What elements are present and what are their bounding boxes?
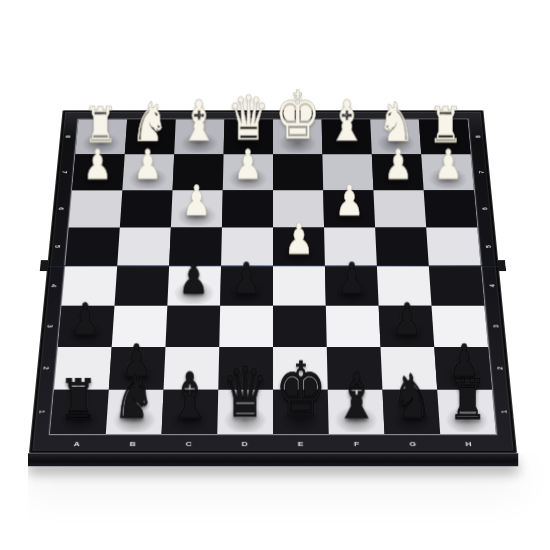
- square-f4[interactable]: ♟: [325, 266, 379, 306]
- square-b4[interactable]: [115, 266, 170, 306]
- square-g1[interactable]: ♞: [382, 390, 440, 434]
- piece-black-bishop[interactable]: ♝: [162, 364, 218, 428]
- piece-black-knight[interactable]: ♞: [106, 366, 162, 427]
- square-c4[interactable]: ♟: [167, 266, 221, 306]
- file-label-b: B: [105, 440, 161, 448]
- file-label-d: D: [217, 440, 273, 448]
- square-g6[interactable]: [373, 190, 426, 227]
- board-side-edge: [28, 453, 518, 466]
- rank-label-right-5: 5: [462, 240, 515, 253]
- rank-label-right-6: 6: [458, 202, 510, 215]
- square-b7[interactable]: ♟: [122, 154, 174, 190]
- square-e3[interactable]: [273, 306, 327, 347]
- square-e1[interactable]: ♚: [273, 390, 329, 434]
- square-c3[interactable]: [165, 306, 220, 347]
- piece-white-pawn[interactable]: ♟: [223, 144, 273, 185]
- square-a1[interactable]: ♜: [50, 390, 109, 434]
- piece-white-bishop[interactable]: ♝: [174, 92, 223, 149]
- square-f3[interactable]: [326, 306, 381, 347]
- rank-label-left-8: 8: [43, 131, 93, 143]
- piece-white-bishop[interactable]: ♝: [322, 92, 371, 149]
- product-photo-background: ABCDEFGH 87654321 87654321 ♜♞♝♛♚♝♞♜♟♟♟♟♟…: [0, 0, 550, 550]
- piece-black-pawn[interactable]: ♟: [380, 297, 434, 341]
- file-label-h: H: [441, 440, 498, 448]
- square-b1[interactable]: ♞: [106, 390, 164, 434]
- fold-hinge-seam: [47, 265, 499, 267]
- piece-black-pawn[interactable]: ♟: [220, 256, 273, 299]
- square-c1[interactable]: ♝: [162, 390, 219, 434]
- piece-white-pawn[interactable]: ♟: [73, 144, 123, 185]
- piece-white-pawn[interactable]: ♟: [373, 144, 423, 185]
- rank-label-left-5: 5: [32, 240, 85, 253]
- piece-black-pawn[interactable]: ♟: [58, 297, 112, 341]
- piece-white-pawn[interactable]: ♟: [324, 180, 375, 222]
- piece-black-queen[interactable]: ♛: [217, 358, 273, 428]
- square-d1[interactable]: ♛: [217, 390, 273, 434]
- file-label-a: A: [49, 440, 106, 448]
- square-h1[interactable]: ♜: [437, 390, 496, 434]
- file-labels-bottom: ABCDEFGH: [48, 434, 497, 453]
- square-f1[interactable]: ♝: [328, 390, 385, 434]
- board-scene: ABCDEFGH 87654321 87654321 ♜♞♝♛♚♝♞♜♟♟♟♟♟…: [47, 43, 499, 495]
- piece-black-pawn[interactable]: ♟: [168, 256, 221, 299]
- file-label-c: C: [161, 440, 217, 448]
- square-e7[interactable]: [273, 154, 323, 190]
- piece-white-pawn[interactable]: ♟: [123, 144, 173, 185]
- rank-label-left-7: 7: [40, 166, 91, 178]
- square-g7[interactable]: ♟: [372, 154, 424, 190]
- square-e5[interactable]: ♟: [273, 227, 325, 265]
- rank-label-right-8: 8: [453, 131, 503, 143]
- square-g5[interactable]: [375, 227, 429, 265]
- piece-white-pawn[interactable]: ♟: [171, 180, 222, 222]
- piece-black-rook[interactable]: ♜: [51, 372, 107, 428]
- file-label-e: E: [273, 440, 329, 448]
- square-c6[interactable]: ♟: [171, 190, 223, 227]
- piece-black-rook[interactable]: ♜: [440, 372, 496, 428]
- square-d7[interactable]: ♟: [223, 154, 273, 190]
- square-f6[interactable]: ♟: [323, 190, 375, 227]
- square-e8[interactable]: ♚: [273, 119, 322, 154]
- square-g3[interactable]: ♟: [379, 306, 435, 347]
- square-c8[interactable]: ♝: [174, 119, 224, 154]
- file-label-f: F: [329, 440, 385, 448]
- file-label-g: G: [385, 440, 441, 448]
- square-b6[interactable]: [120, 190, 173, 227]
- piece-black-king[interactable]: ♚: [273, 352, 329, 427]
- square-e4[interactable]: [273, 266, 326, 306]
- square-d4[interactable]: ♟: [220, 266, 273, 306]
- square-b5[interactable]: [117, 227, 171, 265]
- piece-white-pawn[interactable]: ♟: [273, 218, 325, 261]
- piece-white-pawn[interactable]: ♟: [423, 144, 473, 185]
- square-d6[interactable]: [222, 190, 273, 227]
- square-a3[interactable]: ♟: [58, 306, 115, 347]
- chess-board-frame: ABCDEFGH 87654321 87654321 ♜♞♝♛♚♝♞♜♟♟♟♟♟…: [29, 110, 517, 453]
- piece-white-king[interactable]: ♚: [273, 83, 322, 150]
- piece-black-knight[interactable]: ♞: [384, 366, 440, 427]
- square-f8[interactable]: ♝: [322, 119, 372, 154]
- square-h4[interactable]: [429, 266, 485, 306]
- chess-board[interactable]: ♜♞♝♛♚♝♞♜♟♟♟♟♟♟♟♟♟♟♟♟♟♟♟♜♞♝♛♚♝♞♜: [50, 119, 496, 434]
- piece-black-pawn[interactable]: ♟: [326, 256, 379, 299]
- rank-label-right-7: 7: [455, 166, 506, 178]
- piece-black-bishop[interactable]: ♝: [329, 364, 385, 428]
- square-d3[interactable]: [219, 306, 273, 347]
- rank-label-left-6: 6: [36, 202, 88, 215]
